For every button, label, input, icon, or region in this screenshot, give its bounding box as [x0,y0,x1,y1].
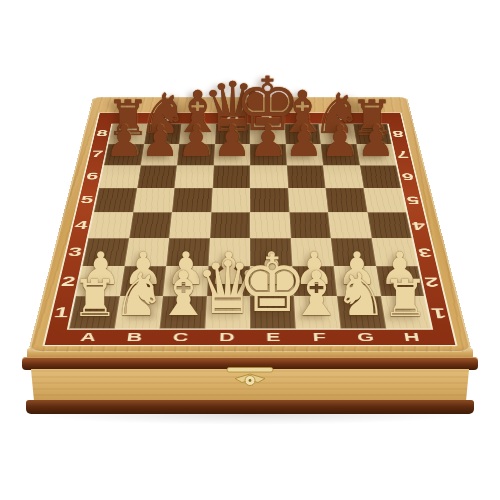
piece-black-pawn[interactable]: ♟ [285,120,324,163]
coordinate-label: 5 [79,194,94,206]
file-labels-bottom: ABCDEFGH [63,330,436,346]
piece-white-rook[interactable]: ♜ [72,273,118,324]
piece-black-pawn[interactable]: ♟ [213,120,252,163]
square-d4[interactable] [210,212,250,238]
brass-clasp-icon[interactable] [222,365,278,397]
coordinate-label: H [403,330,421,344]
coordinate-label: 7 [90,149,104,160]
piece-black-pawn[interactable]: ♟ [249,120,288,163]
square-b4[interactable] [129,212,172,238]
square-e6[interactable] [250,165,288,188]
piece-black-pawn[interactable]: ♟ [321,120,360,163]
square-c6[interactable] [175,165,214,188]
square-a5[interactable] [94,188,137,212]
square-d6[interactable] [212,165,250,188]
square-g6[interactable] [323,165,363,188]
coordinate-label: 7 [396,149,410,160]
coordinate-label: 6 [400,171,415,182]
piece-black-pawn[interactable]: ♟ [105,120,144,163]
square-f6[interactable] [287,165,326,188]
coordinate-label: B [126,330,144,344]
square-h6[interactable] [360,165,401,188]
coordinate-label: 5 [405,194,420,206]
square-d5[interactable] [211,188,250,212]
square-b5[interactable] [133,188,175,212]
coordinate-label: 4 [73,219,89,232]
square-h5[interactable] [363,188,406,212]
square-h4[interactable] [367,212,412,238]
square-a4[interactable] [88,212,133,238]
square-f5[interactable] [288,188,328,212]
chess-box-photo: ABCDEFGH 87654321 87654321 ABCDEFGH ♜♞♝♛… [0,0,500,500]
coordinate-label: E [266,330,281,344]
coordinate-label: G [356,330,375,344]
base-molding [26,400,474,414]
square-e5[interactable] [250,188,289,212]
coordinate-label: A [79,330,97,344]
coordinate-label: 4 [411,219,427,232]
piece-white-knight[interactable]: ♞ [334,265,387,324]
coordinate-label: D [219,330,235,344]
piece-white-rook[interactable]: ♜ [382,273,428,324]
square-a6[interactable] [99,165,140,188]
coordinate-label: F [312,330,326,344]
square-g5[interactable] [325,188,367,212]
piece-black-pawn[interactable]: ♟ [141,120,180,163]
coordinate-label: C [172,330,189,344]
coordinate-label: 1 [430,305,448,321]
piece-black-pawn[interactable]: ♟ [356,120,395,163]
square-c5[interactable] [172,188,212,212]
piece-black-pawn[interactable]: ♟ [177,120,216,163]
square-e4[interactable] [250,212,290,238]
square-f4[interactable] [289,212,331,238]
square-b6[interactable] [137,165,177,188]
square-c4[interactable] [169,212,211,238]
coordinate-label: 1 [52,305,70,321]
coordinate-label: 6 [85,171,100,182]
square-g4[interactable] [328,212,371,238]
